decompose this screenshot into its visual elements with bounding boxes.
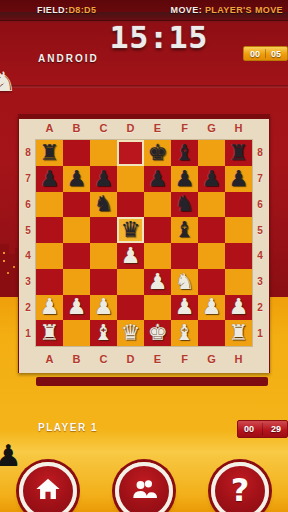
black-pawn[interactable]: ♟ bbox=[148, 168, 168, 190]
square-e3[interactable]: ♟ bbox=[144, 269, 171, 295]
black-pawn[interactable]: ♟ bbox=[67, 168, 87, 190]
square-f7[interactable]: ♟ bbox=[171, 166, 198, 192]
rank-label: 6 bbox=[253, 192, 267, 218]
white-queen[interactable]: ♛ bbox=[121, 322, 141, 344]
square-a6[interactable] bbox=[36, 192, 63, 218]
file-label: B bbox=[63, 122, 90, 134]
square-c7[interactable]: ♟ bbox=[90, 166, 117, 192]
black-bishop[interactable]: ♝ bbox=[175, 142, 195, 164]
rank-label: 5 bbox=[21, 217, 35, 243]
move-label: MOVE: bbox=[171, 5, 203, 15]
file-label: E bbox=[144, 353, 171, 365]
square-g5[interactable] bbox=[198, 217, 225, 243]
square-b7[interactable]: ♟ bbox=[63, 166, 90, 192]
home-icon bbox=[34, 475, 62, 507]
square-g3[interactable] bbox=[198, 269, 225, 295]
white-pawn[interactable]: ♟ bbox=[175, 296, 195, 318]
rank-label: 5 bbox=[253, 217, 267, 243]
white-pawn[interactable]: ♟ bbox=[94, 296, 114, 318]
file-label: B bbox=[63, 353, 90, 365]
help-button[interactable]: ? bbox=[211, 462, 269, 512]
field-label: FIELD: bbox=[37, 5, 68, 15]
opponent-name: ANDROID bbox=[38, 53, 99, 64]
square-h6[interactable] bbox=[225, 192, 252, 218]
square-g2[interactable]: ♟ bbox=[198, 295, 225, 321]
square-f4[interactable] bbox=[171, 243, 198, 269]
square-d5[interactable]: ♛ bbox=[117, 217, 144, 243]
rank-label: 7 bbox=[253, 166, 267, 192]
black-bishop[interactable]: ♝ bbox=[175, 219, 195, 241]
player-timer-seconds: 29 bbox=[271, 424, 281, 434]
file-label: G bbox=[198, 122, 225, 134]
black-knight[interactable]: ♞ bbox=[94, 193, 114, 215]
square-f1[interactable]: ♝ bbox=[171, 320, 198, 346]
white-pawn[interactable]: ♟ bbox=[202, 296, 222, 318]
square-c2[interactable]: ♟ bbox=[90, 295, 117, 321]
field-value: D8:D5 bbox=[68, 5, 96, 15]
rank-label: 1 bbox=[21, 320, 35, 346]
black-pawn[interactable]: ♟ bbox=[175, 168, 195, 190]
square-b6[interactable] bbox=[63, 192, 90, 218]
square-d2[interactable] bbox=[117, 295, 144, 321]
square-e4[interactable] bbox=[144, 243, 171, 269]
rank-label: 3 bbox=[21, 269, 35, 295]
square-b5[interactable] bbox=[63, 217, 90, 243]
square-b3[interactable] bbox=[63, 269, 90, 295]
square-b4[interactable] bbox=[63, 243, 90, 269]
board-grid: ♜♚♝♜♟♟♟♟♟♟♟♞♞♛♝♟♟♞♟♟♟♟♟♟♜♝♛♚♝♜ bbox=[36, 140, 252, 346]
square-h3[interactable] bbox=[225, 269, 252, 295]
square-f3[interactable]: ♞ bbox=[171, 269, 198, 295]
square-h2[interactable]: ♟ bbox=[225, 295, 252, 321]
players-icon bbox=[130, 475, 158, 507]
rank-label: 7 bbox=[21, 166, 35, 192]
file-label: H bbox=[225, 353, 252, 365]
file-label: H bbox=[225, 122, 252, 134]
file-label: F bbox=[171, 122, 198, 134]
chess-app-screen: ♞ ♟ FIELD:D8:D5 MOVE: PLAYER'S MOVE 15:1… bbox=[0, 0, 288, 512]
rank-labels-left: 87654321 bbox=[21, 140, 35, 346]
square-c4[interactable] bbox=[90, 243, 117, 269]
square-g7[interactable]: ♟ bbox=[198, 166, 225, 192]
square-c5[interactable] bbox=[90, 217, 117, 243]
square-f5[interactable]: ♝ bbox=[171, 217, 198, 243]
rank-label: 2 bbox=[21, 295, 35, 321]
file-labels-bottom: ABCDEFGH bbox=[36, 353, 252, 365]
white-pawn[interactable]: ♟ bbox=[40, 296, 60, 318]
rank-labels-right: 87654321 bbox=[253, 140, 267, 346]
black-pawn[interactable]: ♟ bbox=[40, 168, 60, 190]
square-a3[interactable] bbox=[36, 269, 63, 295]
black-pawn[interactable]: ♟ bbox=[202, 168, 222, 190]
last-move-field: FIELD:D8:D5 bbox=[37, 5, 96, 15]
square-a8[interactable]: ♜ bbox=[36, 140, 63, 166]
square-a1[interactable]: ♜ bbox=[36, 320, 63, 346]
player-timer-badge: 00 29 bbox=[237, 420, 288, 438]
players-button[interactable] bbox=[115, 462, 173, 512]
home-button[interactable] bbox=[19, 462, 77, 512]
file-label: G bbox=[198, 353, 225, 365]
square-e8[interactable]: ♚ bbox=[144, 140, 171, 166]
square-e5[interactable] bbox=[144, 217, 171, 243]
square-h5[interactable] bbox=[225, 217, 252, 243]
black-queen[interactable]: ♛ bbox=[121, 219, 141, 241]
square-e2[interactable] bbox=[144, 295, 171, 321]
square-d4[interactable]: ♟ bbox=[117, 243, 144, 269]
square-d6[interactable] bbox=[117, 192, 144, 218]
badge-divider bbox=[262, 423, 263, 434]
square-d3[interactable] bbox=[117, 269, 144, 295]
rank-label: 8 bbox=[21, 140, 35, 166]
rank-label: 3 bbox=[253, 269, 267, 295]
rank-label: 8 bbox=[253, 140, 267, 166]
square-a2[interactable]: ♟ bbox=[36, 295, 63, 321]
opponent-timer-seconds: 05 bbox=[271, 49, 281, 59]
file-label: E bbox=[144, 122, 171, 134]
rank-label: 4 bbox=[21, 243, 35, 269]
square-g6[interactable] bbox=[198, 192, 225, 218]
question-icon: ? bbox=[231, 474, 250, 506]
file-label: C bbox=[90, 353, 117, 365]
square-d1[interactable]: ♛ bbox=[117, 320, 144, 346]
file-label: A bbox=[36, 353, 63, 365]
square-a5[interactable] bbox=[36, 217, 63, 243]
square-h7[interactable]: ♟ bbox=[225, 166, 252, 192]
white-bishop[interactable]: ♝ bbox=[175, 322, 195, 344]
white-rook[interactable]: ♜ bbox=[229, 322, 249, 344]
square-e1[interactable]: ♚ bbox=[144, 320, 171, 346]
file-label: A bbox=[36, 122, 63, 134]
rank-label: 6 bbox=[21, 192, 35, 218]
white-bishop[interactable]: ♝ bbox=[94, 322, 114, 344]
square-h1[interactable]: ♜ bbox=[225, 320, 252, 346]
white-pawn[interactable]: ♟ bbox=[67, 296, 87, 318]
square-f8[interactable]: ♝ bbox=[171, 140, 198, 166]
black-pawn[interactable]: ♟ bbox=[94, 168, 114, 190]
file-label: F bbox=[171, 353, 198, 365]
square-d8[interactable] bbox=[117, 140, 144, 166]
black-rook[interactable]: ♜ bbox=[40, 142, 60, 164]
square-h8[interactable]: ♜ bbox=[225, 140, 252, 166]
square-g4[interactable] bbox=[198, 243, 225, 269]
white-pawn[interactable]: ♟ bbox=[229, 296, 249, 318]
white-rook[interactable]: ♜ bbox=[40, 322, 60, 344]
file-label: D bbox=[117, 122, 144, 134]
square-f2[interactable]: ♟ bbox=[171, 295, 198, 321]
square-g8[interactable] bbox=[198, 140, 225, 166]
square-c8[interactable] bbox=[90, 140, 117, 166]
square-a4[interactable] bbox=[36, 243, 63, 269]
file-label: C bbox=[90, 122, 117, 134]
square-c3[interactable] bbox=[90, 269, 117, 295]
black-rook[interactable]: ♜ bbox=[229, 142, 249, 164]
header-divider bbox=[0, 85, 288, 88]
square-c1[interactable]: ♝ bbox=[90, 320, 117, 346]
rank-label: 2 bbox=[253, 295, 267, 321]
rank-label: 4 bbox=[253, 243, 267, 269]
square-f6[interactable]: ♞ bbox=[171, 192, 198, 218]
player-name: PLAYER 1 bbox=[38, 422, 98, 433]
square-h4[interactable] bbox=[225, 243, 252, 269]
square-a7[interactable]: ♟ bbox=[36, 166, 63, 192]
black-pawn[interactable]: ♟ bbox=[229, 168, 249, 190]
player-timer-minutes: 00 bbox=[244, 424, 254, 434]
square-c6[interactable]: ♞ bbox=[90, 192, 117, 218]
white-king[interactable]: ♚ bbox=[148, 322, 168, 344]
square-b8[interactable] bbox=[63, 140, 90, 166]
board-shadow bbox=[36, 377, 268, 386]
file-label: D bbox=[117, 353, 144, 365]
opponent-timer-minutes: 00 bbox=[250, 49, 260, 59]
move-value: PLAYER'S MOVE bbox=[205, 5, 283, 15]
opponent-timer-badge: 00 05 bbox=[243, 46, 288, 61]
square-b1[interactable] bbox=[63, 320, 90, 346]
square-e6[interactable] bbox=[144, 192, 171, 218]
move-indicator: MOVE: PLAYER'S MOVE bbox=[171, 5, 283, 15]
square-e7[interactable]: ♟ bbox=[144, 166, 171, 192]
square-d7[interactable] bbox=[117, 166, 144, 192]
white-pawn[interactable]: ♟ bbox=[148, 271, 168, 293]
badge-divider bbox=[265, 49, 266, 58]
black-king[interactable]: ♚ bbox=[148, 142, 168, 164]
square-b2[interactable]: ♟ bbox=[63, 295, 90, 321]
file-labels-top: ABCDEFGH bbox=[36, 122, 252, 134]
white-pawn[interactable]: ♟ bbox=[121, 245, 141, 267]
square-g1[interactable] bbox=[198, 320, 225, 346]
black-knight[interactable]: ♞ bbox=[175, 193, 195, 215]
rank-label: 1 bbox=[253, 320, 267, 346]
chess-board: ABCDEFGH ABCDEFGH 87654321 87654321 ♜♚♝♜… bbox=[18, 114, 270, 373]
white-knight[interactable]: ♞ bbox=[175, 271, 195, 293]
